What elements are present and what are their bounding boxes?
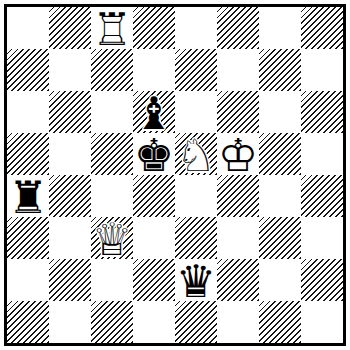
black-rook-fill-layer: ♜ <box>7 176 49 218</box>
square-g8[interactable] <box>259 7 301 49</box>
square-h6[interactable] <box>301 91 343 133</box>
square-b1[interactable] <box>49 301 91 343</box>
square-h5[interactable] <box>301 133 343 175</box>
square-c7[interactable] <box>91 49 133 91</box>
square-h8[interactable] <box>301 7 343 49</box>
square-b5[interactable] <box>49 133 91 175</box>
square-a4[interactable]: ♜♜ <box>7 175 49 217</box>
square-f7[interactable] <box>217 49 259 91</box>
square-h1[interactable] <box>301 301 343 343</box>
black-bishop-piece-icon[interactable]: ♝ <box>133 92 175 134</box>
square-h2[interactable] <box>301 259 343 301</box>
square-b7[interactable] <box>49 49 91 91</box>
black-king-piece-icon[interactable]: ♚ <box>133 134 175 176</box>
black-queen-fill-layer: ♛ <box>175 260 217 302</box>
square-d6[interactable]: ♝♝ <box>133 91 175 133</box>
square-a1[interactable] <box>7 301 49 343</box>
white-king-fill-layer: ♚ <box>217 134 259 176</box>
square-b8[interactable] <box>49 7 91 49</box>
square-e3[interactable] <box>175 217 217 259</box>
square-c2[interactable] <box>91 259 133 301</box>
white-rook-fill-layer: ♜ <box>91 8 133 50</box>
square-e5[interactable]: ♞♘ <box>175 133 217 175</box>
square-a6[interactable] <box>7 91 49 133</box>
square-f2[interactable] <box>217 259 259 301</box>
square-c1[interactable] <box>91 301 133 343</box>
square-g1[interactable] <box>259 301 301 343</box>
square-g5[interactable] <box>259 133 301 175</box>
chess-board: ♜♖♝♝♚♚♞♘♚♔♜♜♛♕♛♛ <box>4 4 346 346</box>
square-c6[interactable] <box>91 91 133 133</box>
square-e2[interactable]: ♛♛ <box>175 259 217 301</box>
chess-diagram: ♜♖♝♝♚♚♞♘♚♔♜♜♛♕♛♛ <box>0 0 350 350</box>
square-g4[interactable] <box>259 175 301 217</box>
square-e8[interactable] <box>175 7 217 49</box>
white-queen-piece-icon[interactable]: ♕ <box>91 218 133 260</box>
square-f6[interactable] <box>217 91 259 133</box>
square-d4[interactable] <box>133 175 175 217</box>
white-king-piece-icon[interactable]: ♔ <box>217 134 259 176</box>
white-knight-fill-layer: ♞ <box>175 134 217 176</box>
black-rook-piece-icon[interactable]: ♜ <box>7 176 49 218</box>
square-g3[interactable] <box>259 217 301 259</box>
black-bishop-fill-layer: ♝ <box>133 92 175 134</box>
black-queen-piece-icon[interactable]: ♛ <box>175 260 217 302</box>
square-c4[interactable] <box>91 175 133 217</box>
square-a2[interactable] <box>7 259 49 301</box>
square-a5[interactable] <box>7 133 49 175</box>
square-e6[interactable] <box>175 91 217 133</box>
square-d5[interactable]: ♚♚ <box>133 133 175 175</box>
square-g7[interactable] <box>259 49 301 91</box>
square-e1[interactable] <box>175 301 217 343</box>
square-h7[interactable] <box>301 49 343 91</box>
square-d3[interactable] <box>133 217 175 259</box>
square-a8[interactable] <box>7 7 49 49</box>
square-b3[interactable] <box>49 217 91 259</box>
square-d1[interactable] <box>133 301 175 343</box>
square-a3[interactable] <box>7 217 49 259</box>
square-a7[interactable] <box>7 49 49 91</box>
square-f4[interactable] <box>217 175 259 217</box>
square-f5[interactable]: ♚♔ <box>217 133 259 175</box>
square-d7[interactable] <box>133 49 175 91</box>
square-g6[interactable] <box>259 91 301 133</box>
square-f8[interactable] <box>217 7 259 49</box>
square-c5[interactable] <box>91 133 133 175</box>
square-c3[interactable]: ♛♕ <box>91 217 133 259</box>
square-c8[interactable]: ♜♖ <box>91 7 133 49</box>
square-f1[interactable] <box>217 301 259 343</box>
square-e7[interactable] <box>175 49 217 91</box>
black-king-fill-layer: ♚ <box>133 134 175 176</box>
square-h4[interactable] <box>301 175 343 217</box>
white-queen-fill-layer: ♛ <box>91 218 133 260</box>
square-g2[interactable] <box>259 259 301 301</box>
white-knight-piece-icon[interactable]: ♘ <box>175 134 217 176</box>
square-b2[interactable] <box>49 259 91 301</box>
square-b6[interactable] <box>49 91 91 133</box>
square-h3[interactable] <box>301 217 343 259</box>
square-e4[interactable] <box>175 175 217 217</box>
square-b4[interactable] <box>49 175 91 217</box>
square-f3[interactable] <box>217 217 259 259</box>
white-rook-piece-icon[interactable]: ♖ <box>91 8 133 50</box>
square-d2[interactable] <box>133 259 175 301</box>
square-d8[interactable] <box>133 7 175 49</box>
